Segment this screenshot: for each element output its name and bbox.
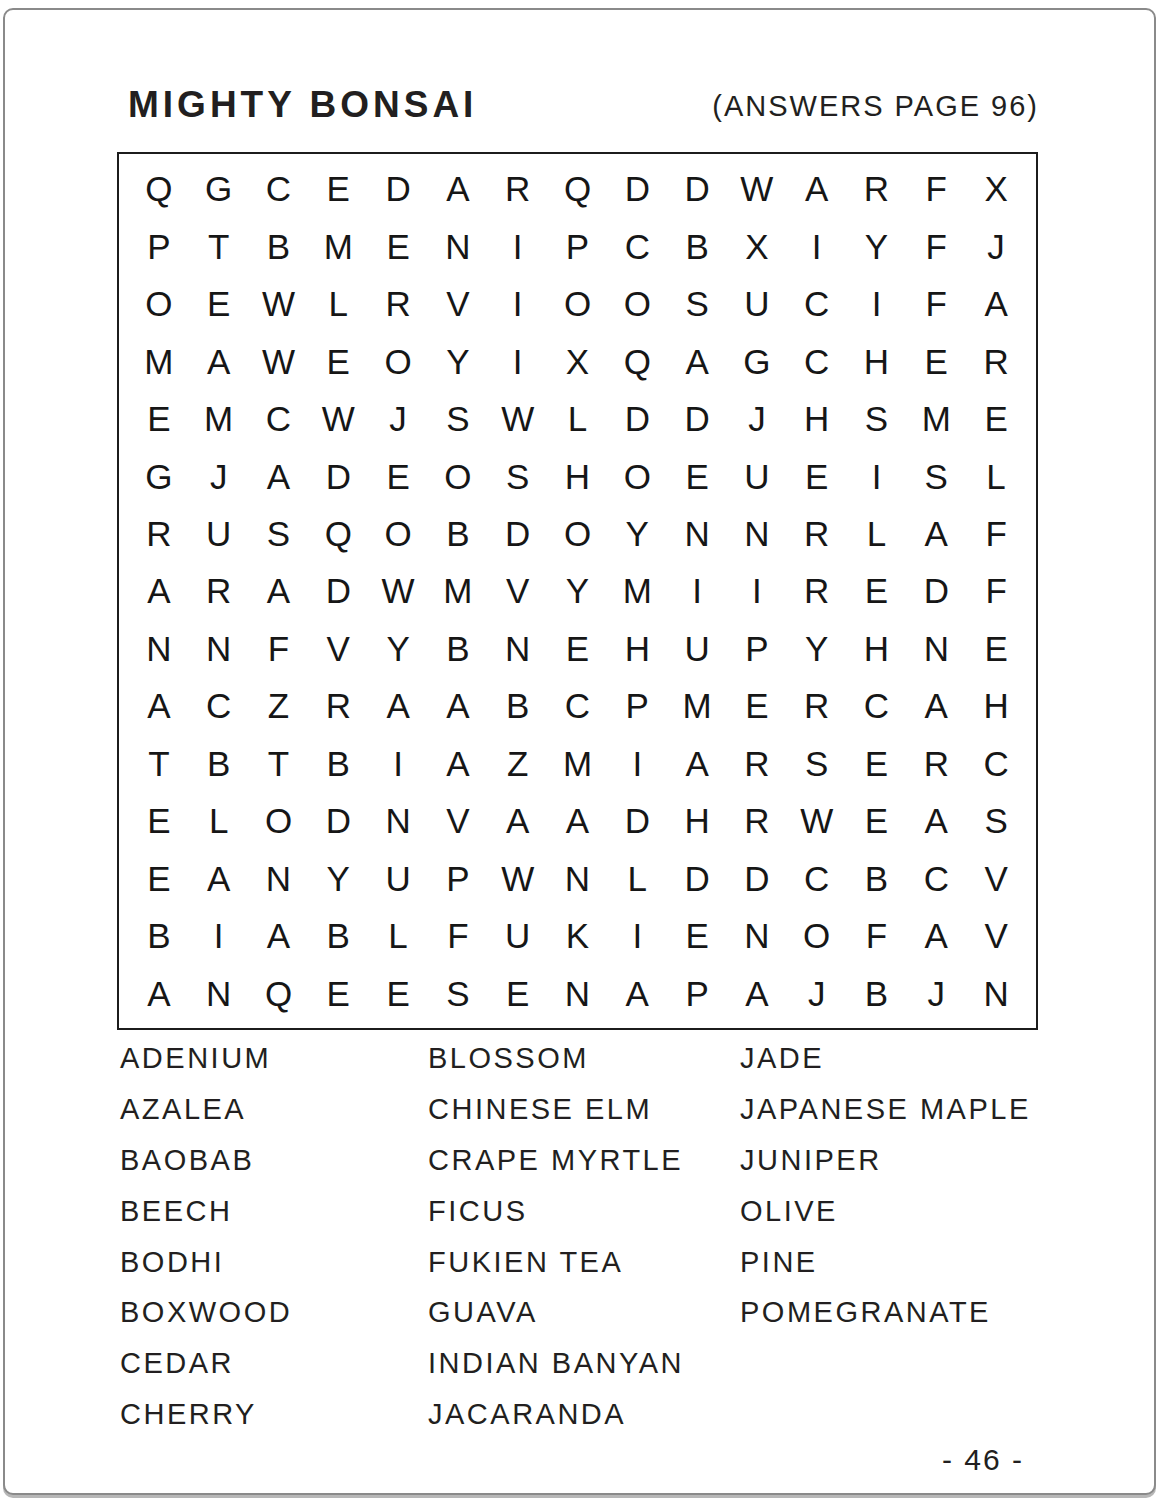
grid-cell: R	[787, 505, 847, 562]
grid-cell: M	[189, 390, 249, 447]
grid-cell: R	[189, 562, 249, 619]
word-list-item: GUAVA	[428, 1287, 684, 1338]
grid-cell: S	[488, 447, 548, 504]
grid-cell: S	[906, 447, 966, 504]
grid-cell: D	[308, 447, 368, 504]
grid-cell: E	[488, 965, 548, 1022]
grid-cell: L	[189, 792, 249, 849]
grid-cell: S	[787, 735, 847, 792]
grid-cell: A	[548, 792, 608, 849]
grid-cell: E	[966, 390, 1026, 447]
grid-cell: C	[249, 160, 309, 217]
grid-cell: A	[667, 332, 727, 389]
grid-cell: Z	[488, 735, 548, 792]
grid-cell: B	[249, 217, 309, 274]
word-list-item: FUKIEN TEA	[428, 1237, 684, 1288]
grid-cell: C	[906, 850, 966, 907]
grid-cell: A	[189, 332, 249, 389]
grid-cell: W	[488, 390, 548, 447]
grid-cell: Q	[249, 965, 309, 1022]
grid-cell: L	[308, 275, 368, 332]
grid-cell: B	[428, 620, 488, 677]
grid-cell: P	[428, 850, 488, 907]
grid-cell: F	[906, 160, 966, 217]
grid-cell: O	[607, 447, 667, 504]
grid-cell: R	[727, 792, 787, 849]
grid-cell: R	[368, 275, 428, 332]
grid-cell: X	[548, 332, 608, 389]
grid-cell: D	[906, 562, 966, 619]
grid-cell: I	[488, 275, 548, 332]
grid-cell: W	[368, 562, 428, 619]
grid-cell: B	[308, 907, 368, 964]
grid-cell: T	[249, 735, 309, 792]
grid-cell: V	[428, 275, 488, 332]
grid-cell: A	[129, 562, 189, 619]
grid-cell: E	[308, 332, 368, 389]
grid-cell: E	[727, 677, 787, 734]
grid-cell: W	[727, 160, 787, 217]
grid-cell: E	[368, 965, 428, 1022]
grid-cell: O	[249, 792, 309, 849]
grid-cell: D	[368, 160, 428, 217]
word-list-item: ADENIUM	[120, 1033, 292, 1084]
grid-cell: R	[727, 735, 787, 792]
grid-cell: H	[847, 620, 907, 677]
grid-cell: I	[727, 562, 787, 619]
grid-cell: A	[129, 677, 189, 734]
grid-cell: J	[787, 965, 847, 1022]
word-list-item: AZALEA	[120, 1084, 292, 1135]
word-list-item: BLOSSOM	[428, 1033, 684, 1084]
grid-cell: L	[368, 907, 428, 964]
grid-cell: M	[428, 562, 488, 619]
grid-cell: A	[906, 677, 966, 734]
grid-cell: E	[189, 275, 249, 332]
grid-cell: U	[667, 620, 727, 677]
grid-cell: V	[966, 907, 1026, 964]
grid-cell: S	[667, 275, 727, 332]
grid-cell: O	[548, 275, 608, 332]
grid-cell: A	[129, 965, 189, 1022]
grid-cell: N	[727, 505, 787, 562]
word-list-item: BODHI	[120, 1237, 292, 1288]
word-list-item: BOXWOOD	[120, 1287, 292, 1338]
grid-cell: A	[607, 965, 667, 1022]
grid-cell: S	[966, 792, 1026, 849]
grid-cell: H	[787, 390, 847, 447]
grid-cell: V	[488, 562, 548, 619]
grid-cell: A	[667, 735, 727, 792]
grid-cell: C	[607, 217, 667, 274]
grid-cell: N	[428, 217, 488, 274]
grid-cell: U	[727, 275, 787, 332]
grid-cell: W	[249, 275, 309, 332]
word-list-item: CRAPE MYRTLE	[428, 1135, 684, 1186]
word-list-item: PINE	[740, 1237, 1031, 1288]
grid-cell: I	[189, 907, 249, 964]
grid-cell: S	[249, 505, 309, 562]
grid-cell: A	[906, 907, 966, 964]
grid-cell: G	[129, 447, 189, 504]
grid-cell: N	[129, 620, 189, 677]
grid-cell: B	[129, 907, 189, 964]
grid-cell: C	[189, 677, 249, 734]
grid-cell: M	[667, 677, 727, 734]
grid-cell: N	[727, 907, 787, 964]
grid-cell: M	[129, 332, 189, 389]
grid-cell: A	[428, 735, 488, 792]
grid-cell: V	[428, 792, 488, 849]
grid-cell: R	[847, 160, 907, 217]
grid-cell: W	[787, 792, 847, 849]
grid-cell: C	[548, 677, 608, 734]
grid-cell: D	[488, 505, 548, 562]
grid-cell: D	[607, 792, 667, 849]
grid-cell: A	[428, 160, 488, 217]
grid-cell: F	[966, 505, 1026, 562]
grid-cell: U	[488, 907, 548, 964]
grid-cell: J	[189, 447, 249, 504]
word-list-item: FICUS	[428, 1186, 684, 1237]
grid-cell: I	[607, 907, 667, 964]
grid-cell: R	[787, 562, 847, 619]
grid-cell: I	[847, 447, 907, 504]
grid-cell: B	[847, 965, 907, 1022]
grid-cell: O	[428, 447, 488, 504]
grid-cell: J	[368, 390, 428, 447]
grid-cell: E	[129, 850, 189, 907]
grid-cell: P	[667, 965, 727, 1022]
grid-cell: Q	[548, 160, 608, 217]
word-list-item: JACARANDA	[428, 1389, 684, 1440]
word-list-item: JAPANESE MAPLE	[740, 1084, 1031, 1135]
grid-cell: Y	[847, 217, 907, 274]
grid-cell: P	[129, 217, 189, 274]
grid-cell: E	[847, 562, 907, 619]
grid-cell: E	[368, 447, 428, 504]
grid-cell: B	[488, 677, 548, 734]
grid-cell: O	[368, 332, 428, 389]
grid-cell: W	[488, 850, 548, 907]
grid-cell: V	[966, 850, 1026, 907]
grid-cell: N	[488, 620, 548, 677]
grid-cell: A	[368, 677, 428, 734]
grid-cell: E	[308, 965, 368, 1022]
word-list-item: POMEGRANATE	[740, 1287, 1031, 1338]
grid-cell: E	[368, 217, 428, 274]
grid-cell: Y	[428, 332, 488, 389]
grid-cell: G	[189, 160, 249, 217]
grid-cell: B	[667, 217, 727, 274]
grid-cell: I	[787, 217, 847, 274]
word-search-grid: QGCEDARQDDWARFXPTBMENIPCBXIYFJOEWLRVIOOS…	[117, 152, 1038, 1030]
grid-cell: G	[727, 332, 787, 389]
grid-cell: B	[847, 850, 907, 907]
grid-cell: N	[667, 505, 727, 562]
word-list-column-3: JADEJAPANESE MAPLEJUNIPEROLIVEPINEPOMEGR…	[740, 1033, 1031, 1338]
grid-cell: L	[966, 447, 1026, 504]
grid-cell: X	[727, 217, 787, 274]
grid-cell: M	[308, 217, 368, 274]
grid-cell: I	[488, 332, 548, 389]
grid-cell: Q	[129, 160, 189, 217]
grid-cell: A	[249, 562, 309, 619]
grid-cell: F	[906, 217, 966, 274]
grid-cell: B	[189, 735, 249, 792]
grid-cell: O	[787, 907, 847, 964]
grid-cell: Y	[607, 505, 667, 562]
grid-cell: V	[308, 620, 368, 677]
grid-cell: R	[308, 677, 368, 734]
grid-cell: Z	[249, 677, 309, 734]
grid-cell: I	[847, 275, 907, 332]
page-title: MIGHTY BONSAI	[128, 84, 477, 126]
grid-cell: I	[667, 562, 727, 619]
grid-cell: E	[548, 620, 608, 677]
grid-cell: N	[548, 965, 608, 1022]
grid-cell: I	[607, 735, 667, 792]
grid-cell: I	[488, 217, 548, 274]
grid-cell: P	[548, 217, 608, 274]
grid-cell: J	[906, 965, 966, 1022]
word-list-item: CHERRY	[120, 1389, 292, 1440]
word-list-item: BEECH	[120, 1186, 292, 1237]
grid-cell: F	[428, 907, 488, 964]
grid-cell: R	[787, 677, 847, 734]
grid-cell: X	[966, 160, 1026, 217]
answers-note: (ANSWERS PAGE 96)	[712, 90, 1039, 123]
grid-cell: N	[189, 620, 249, 677]
grid-cell: N	[189, 965, 249, 1022]
grid-cell: E	[847, 792, 907, 849]
grid-cell: E	[847, 735, 907, 792]
grid-cell: N	[368, 792, 428, 849]
grid-cell: H	[607, 620, 667, 677]
grid-cell: R	[129, 505, 189, 562]
grid-cell: O	[607, 275, 667, 332]
grid-cell: S	[847, 390, 907, 447]
grid-cell: D	[727, 850, 787, 907]
page-number: - 46 -	[942, 1443, 1024, 1477]
grid-cell: D	[607, 390, 667, 447]
grid-cell: A	[787, 160, 847, 217]
grid-cell: O	[548, 505, 608, 562]
grid-cell: Y	[308, 850, 368, 907]
grid-cell: E	[667, 447, 727, 504]
grid-cell: A	[428, 677, 488, 734]
word-list-item: OLIVE	[740, 1186, 1031, 1237]
grid-cell: K	[548, 907, 608, 964]
grid-cell: M	[548, 735, 608, 792]
grid-cell: R	[906, 735, 966, 792]
grid-cell: C	[249, 390, 309, 447]
grid-cell: M	[906, 390, 966, 447]
grid-cell: F	[966, 562, 1026, 619]
grid-cell: N	[548, 850, 608, 907]
grid-cell: J	[727, 390, 787, 447]
grid-cell: N	[249, 850, 309, 907]
word-list-item: JUNIPER	[740, 1135, 1031, 1186]
grid-cell: S	[428, 965, 488, 1022]
word-list-column-2: BLOSSOMCHINESE ELMCRAPE MYRTLEFICUSFUKIE…	[428, 1033, 684, 1440]
word-list-item: CHINESE ELM	[428, 1084, 684, 1135]
grid-cell: F	[249, 620, 309, 677]
grid-cell: A	[906, 792, 966, 849]
grid-cell: A	[488, 792, 548, 849]
grid-cell: A	[249, 907, 309, 964]
grid-cell: E	[308, 160, 368, 217]
grid-cell: E	[129, 390, 189, 447]
grid-cell: M	[607, 562, 667, 619]
grid-cell: Y	[787, 620, 847, 677]
grid-cell: W	[308, 390, 368, 447]
grid-cell: Y	[368, 620, 428, 677]
grid-cell: L	[847, 505, 907, 562]
grid-cell: C	[787, 332, 847, 389]
grid-cell: O	[129, 275, 189, 332]
grid-cell: E	[787, 447, 847, 504]
grid-cell: F	[847, 907, 907, 964]
grid-cell: A	[906, 505, 966, 562]
grid-cell: U	[368, 850, 428, 907]
word-list-item: CEDAR	[120, 1338, 292, 1389]
grid-cell: T	[189, 217, 249, 274]
grid-cell: I	[368, 735, 428, 792]
grid-cell: Q	[607, 332, 667, 389]
grid-cell: L	[548, 390, 608, 447]
grid-cell: A	[249, 447, 309, 504]
grid-cell: W	[249, 332, 309, 389]
grid-cell: H	[667, 792, 727, 849]
word-list-item: JADE	[740, 1033, 1031, 1084]
grid-cell: N	[906, 620, 966, 677]
grid-cell: S	[428, 390, 488, 447]
grid-cell: O	[368, 505, 428, 562]
grid-cell: B	[428, 505, 488, 562]
grid-cell: J	[966, 217, 1026, 274]
grid-cell: N	[966, 965, 1026, 1022]
grid-cell: H	[966, 677, 1026, 734]
grid-cell: D	[667, 850, 727, 907]
grid-cell: A	[966, 275, 1026, 332]
grid-cell: D	[308, 562, 368, 619]
grid-cell: E	[129, 792, 189, 849]
grid-cell: U	[727, 447, 787, 504]
grid-cell: E	[966, 620, 1026, 677]
grid-cell: E	[906, 332, 966, 389]
grid-cell: Y	[548, 562, 608, 619]
grid-cell: C	[847, 677, 907, 734]
grid-cell: D	[667, 160, 727, 217]
grid-cell: D	[607, 160, 667, 217]
grid-cell: H	[548, 447, 608, 504]
word-list-item: INDIAN BANYAN	[428, 1338, 684, 1389]
grid-cell: B	[308, 735, 368, 792]
grid-cell: H	[847, 332, 907, 389]
word-list-item: BAOBAB	[120, 1135, 292, 1186]
grid-cell: C	[966, 735, 1026, 792]
grid-cell: C	[787, 850, 847, 907]
grid-cell: E	[667, 907, 727, 964]
grid-cell: A	[727, 965, 787, 1022]
grid-cell: R	[966, 332, 1026, 389]
word-list-column-1: ADENIUMAZALEABAOBABBEECHBODHIBOXWOODCEDA…	[120, 1033, 292, 1440]
grid-cell: R	[488, 160, 548, 217]
grid-cell: U	[189, 505, 249, 562]
grid-cell: C	[787, 275, 847, 332]
grid-cell: T	[129, 735, 189, 792]
grid-cell: D	[667, 390, 727, 447]
grid-cell: L	[607, 850, 667, 907]
grid-cell: F	[906, 275, 966, 332]
grid-cell: P	[607, 677, 667, 734]
grid-cell: Q	[308, 505, 368, 562]
grid-cell: D	[308, 792, 368, 849]
grid-cell: A	[189, 850, 249, 907]
grid-cell: P	[727, 620, 787, 677]
